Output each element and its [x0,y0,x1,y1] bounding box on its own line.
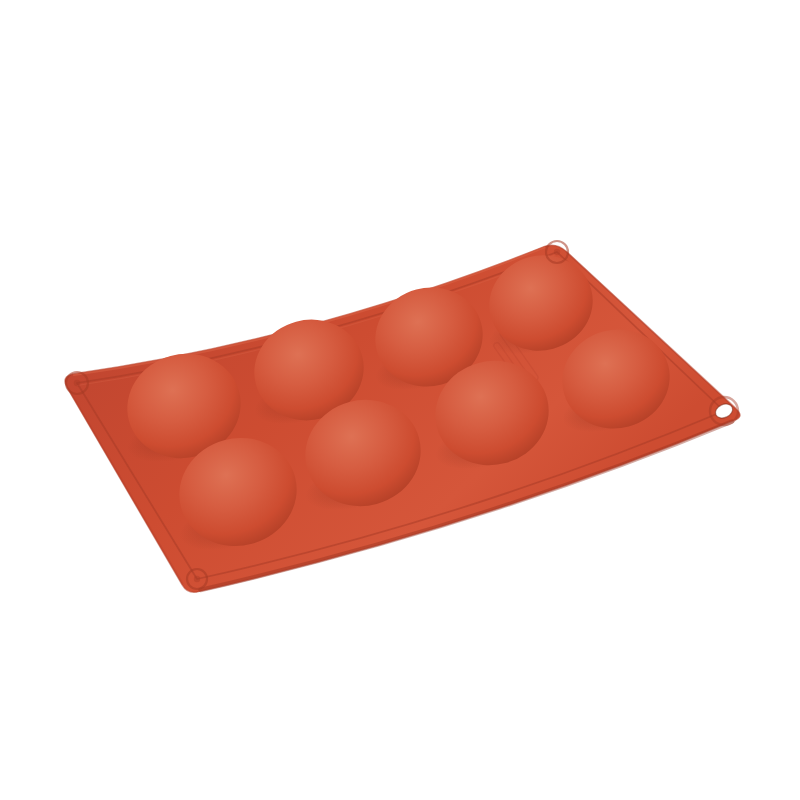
corner-rivet-dot-1 [74,380,80,386]
corner-rivet-dot-3 [194,576,200,582]
mold-photo-canvas [0,0,800,800]
product-photo [0,0,800,800]
corner-rivet-dot-2 [554,249,560,255]
